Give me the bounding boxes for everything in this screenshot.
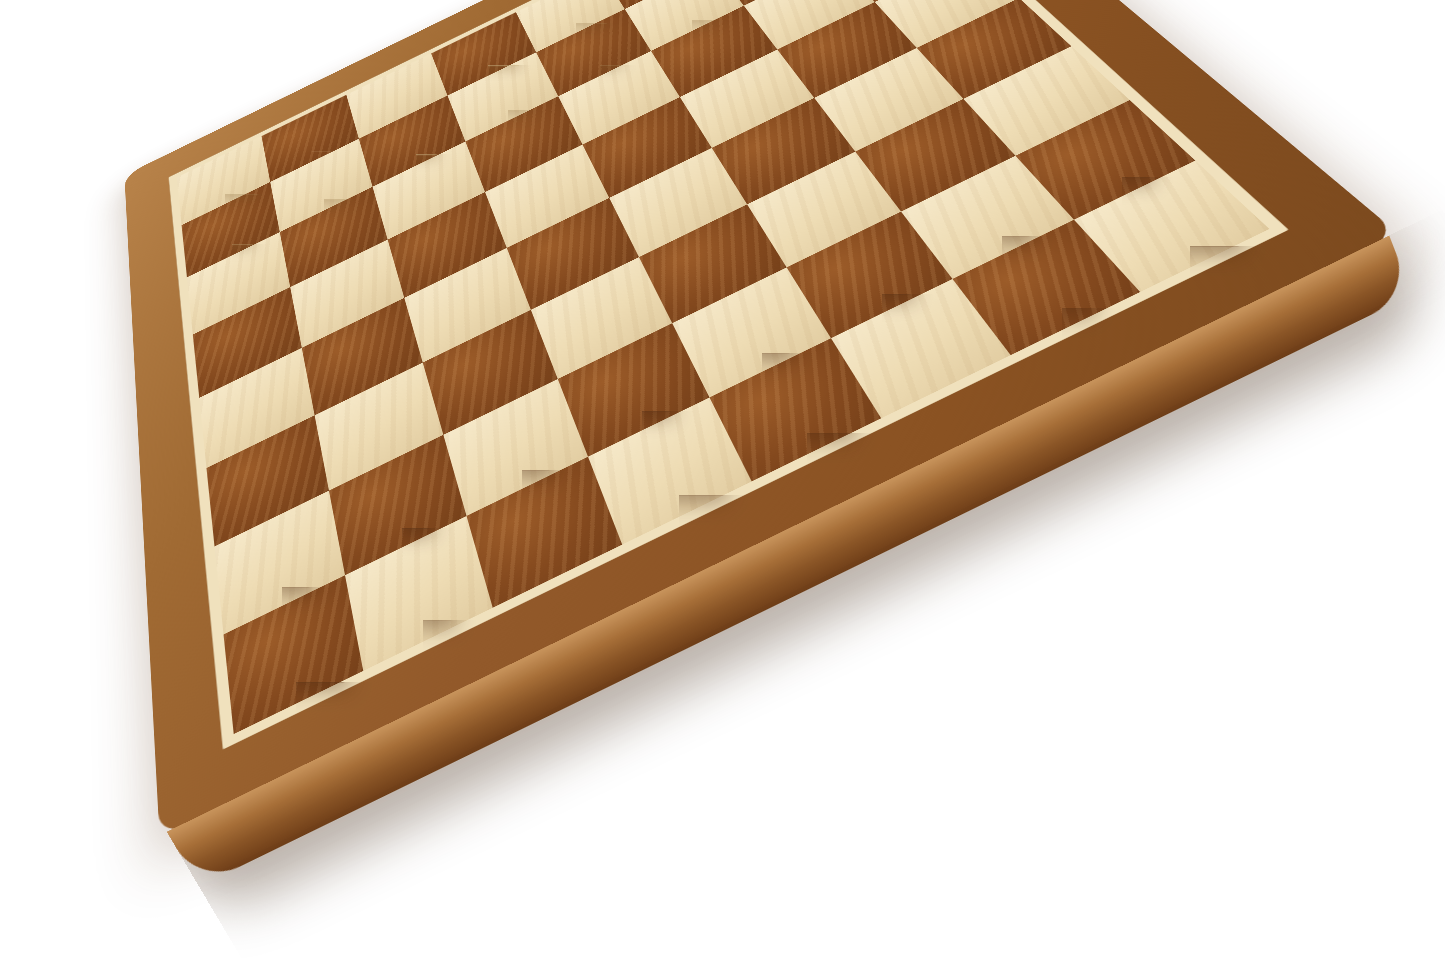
chess-board: ✖✖✖✖: [124, 0, 1400, 840]
scene: ✖✖✖✖: [0, 0, 1445, 963]
